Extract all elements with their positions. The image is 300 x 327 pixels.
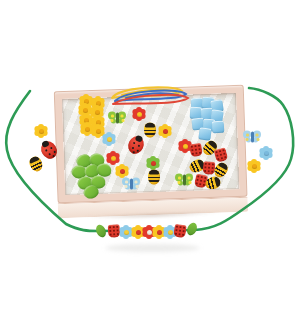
butterfly-right-wing [253, 131, 261, 139]
bead-flower [102, 132, 116, 146]
flower-center [107, 137, 112, 142]
flower-center [147, 230, 152, 235]
butterfly-body [183, 175, 186, 186]
bead-flower [34, 124, 48, 138]
butterfly-body [130, 179, 133, 190]
flower-center [151, 161, 156, 166]
bead-cube [212, 121, 225, 134]
flower-center [83, 108, 88, 113]
flower-center [252, 164, 257, 169]
flower-center [111, 156, 116, 161]
butterfly-wing-spots [111, 115, 114, 118]
bead-butterfly [108, 112, 126, 125]
bead-butterfly [243, 131, 261, 144]
flower-center [95, 110, 100, 115]
bead-cube [198, 127, 211, 140]
butterfly-body [251, 132, 254, 143]
butterfly-body [116, 113, 119, 124]
flower-center [163, 129, 168, 134]
bead-butterfly [122, 178, 140, 191]
flower-center [136, 230, 141, 235]
bead-flower [247, 159, 261, 173]
butterfly-wing-spots [178, 177, 181, 180]
flower-center [157, 230, 162, 235]
flower-center [39, 129, 44, 134]
bead-butterfly [175, 174, 193, 187]
butterfly-right-wing [185, 174, 193, 182]
bead-bee [144, 123, 156, 138]
bead-flower [146, 156, 160, 170]
butterfly-wing-spots [125, 181, 128, 184]
product-photo [0, 0, 300, 327]
butterfly-wing-spots [246, 134, 249, 137]
flower-center [264, 151, 269, 156]
flower-center [137, 112, 142, 117]
flower-center [124, 230, 129, 235]
flower-center [120, 169, 125, 174]
bead-flower [259, 146, 273, 160]
bead-flower [132, 107, 146, 121]
bead-flower [115, 164, 129, 178]
flower-center [96, 129, 101, 134]
flower-center [85, 127, 90, 132]
bead-bee [148, 170, 160, 185]
flower-center [168, 230, 173, 235]
bead-flower [158, 124, 172, 138]
butterfly-right-wing [118, 112, 126, 120]
necklace-shadow [105, 244, 200, 252]
butterfly-right-wing [132, 178, 140, 186]
flower-center [183, 144, 188, 149]
bead-flower [106, 151, 120, 165]
